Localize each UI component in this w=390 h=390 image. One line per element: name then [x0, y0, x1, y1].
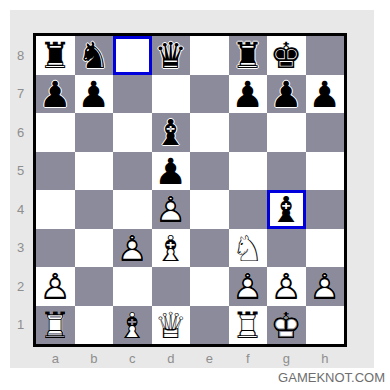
white-knight-icon: ♘: [229, 229, 268, 268]
white-king-fill: ♚: [267, 306, 306, 345]
white-pawn-icon: ♙: [36, 267, 75, 306]
square-c4[interactable]: [113, 190, 152, 229]
rank-label-2: 2: [10, 267, 31, 306]
black-pawn-icon: ♟: [267, 75, 306, 114]
file-label-e: e: [190, 349, 229, 367]
white-pawn-fill: ♟: [152, 190, 191, 229]
white-bishop-fill: ♝: [152, 229, 191, 268]
square-d6[interactable]: ♝: [152, 113, 191, 152]
square-e4[interactable]: [190, 190, 229, 229]
black-pawn-icon: ♟: [36, 75, 75, 114]
square-b8[interactable]: ♞: [75, 36, 114, 75]
square-c7[interactable]: [113, 75, 152, 114]
square-e3[interactable]: [190, 229, 229, 268]
file-labels: abcdefgh: [36, 349, 344, 367]
white-pawn-icon: ♙: [267, 267, 306, 306]
square-f8[interactable]: ♜: [229, 36, 268, 75]
white-rook-fill: ♜: [36, 306, 75, 345]
square-f2[interactable]: ♟♙: [229, 267, 268, 306]
square-f7[interactable]: ♟: [229, 75, 268, 114]
square-h7[interactable]: ♟: [306, 75, 345, 114]
square-d1[interactable]: ♛♕: [152, 306, 191, 345]
black-pawn-icon: ♟: [229, 75, 268, 114]
white-bishop-fill: ♝: [113, 306, 152, 345]
file-label-a: a: [36, 349, 75, 367]
square-e6[interactable]: [190, 113, 229, 152]
square-f1[interactable]: ♜♖: [229, 306, 268, 345]
square-d7[interactable]: [152, 75, 191, 114]
square-g4[interactable]: ♝: [267, 190, 306, 229]
square-h4[interactable]: [306, 190, 345, 229]
white-rook-fill: ♜: [229, 306, 268, 345]
black-king-icon: ♚: [267, 36, 306, 75]
square-d3[interactable]: ♝♗: [152, 229, 191, 268]
square-b7[interactable]: ♟: [75, 75, 114, 114]
square-a4[interactable]: [36, 190, 75, 229]
white-bishop-icon: ♗: [113, 306, 152, 345]
black-bishop-icon: ♝: [267, 190, 306, 229]
square-g8[interactable]: ♚: [267, 36, 306, 75]
white-rook-icon: ♖: [229, 306, 268, 345]
white-pawn-fill: ♟: [229, 267, 268, 306]
rank-label-8: 8: [10, 36, 31, 75]
square-e7[interactable]: [190, 75, 229, 114]
square-b6[interactable]: [75, 113, 114, 152]
rank-label-5: 5: [10, 152, 31, 191]
square-a5[interactable]: [36, 152, 75, 191]
square-d2[interactable]: [152, 267, 191, 306]
square-f5[interactable]: [229, 152, 268, 191]
square-a2[interactable]: ♟♙: [36, 267, 75, 306]
white-pawn-fill: ♟: [267, 267, 306, 306]
square-c8[interactable]: [113, 36, 152, 75]
white-bishop-icon: ♗: [152, 229, 191, 268]
square-d4[interactable]: ♟♙: [152, 190, 191, 229]
square-b2[interactable]: [75, 267, 114, 306]
square-g2[interactable]: ♟♙: [267, 267, 306, 306]
file-label-b: b: [75, 349, 114, 367]
white-pawn-icon: ♙: [113, 229, 152, 268]
black-pawn-icon: ♟: [75, 75, 114, 114]
square-e2[interactable]: [190, 267, 229, 306]
file-label-g: g: [267, 349, 306, 367]
square-b4[interactable]: [75, 190, 114, 229]
square-g1[interactable]: ♚♔: [267, 306, 306, 345]
square-c1[interactable]: ♝♗: [113, 306, 152, 345]
file-label-c: c: [113, 349, 152, 367]
black-rook-icon: ♜: [36, 36, 75, 75]
square-h8[interactable]: [306, 36, 345, 75]
square-a7[interactable]: ♟: [36, 75, 75, 114]
square-a3[interactable]: [36, 229, 75, 268]
square-a1[interactable]: ♜♖: [36, 306, 75, 345]
square-b5[interactable]: [75, 152, 114, 191]
page: 87654321 ♜♞♛♜♚♟♟♟♟♟♝♟♟♙♝♟♙♝♗♞♘♟♙♟♙♟♙♟♙♜♖…: [0, 0, 390, 390]
black-pawn-icon: ♟: [306, 75, 345, 114]
square-h5[interactable]: [306, 152, 345, 191]
square-c2[interactable]: [113, 267, 152, 306]
black-pawn-icon: ♟: [152, 152, 191, 191]
rank-labels: 87654321: [10, 36, 31, 344]
file-label-f: f: [229, 349, 268, 367]
black-rook-icon: ♜: [229, 36, 268, 75]
square-f6[interactable]: [229, 113, 268, 152]
square-g5[interactable]: [267, 152, 306, 191]
file-label-h: h: [306, 349, 345, 367]
square-g6[interactable]: [267, 113, 306, 152]
rank-label-1: 1: [10, 306, 31, 345]
white-pawn-icon: ♙: [229, 267, 268, 306]
rank-label-7: 7: [10, 75, 31, 114]
white-queen-icon: ♕: [152, 306, 191, 345]
white-pawn-fill: ♟: [306, 267, 345, 306]
rank-label-4: 4: [10, 190, 31, 229]
square-a8[interactable]: ♜: [36, 36, 75, 75]
square-c6[interactable]: [113, 113, 152, 152]
square-e1[interactable]: [190, 306, 229, 345]
rank-label-3: 3: [10, 229, 31, 268]
square-e8[interactable]: [190, 36, 229, 75]
white-queen-fill: ♛: [152, 306, 191, 345]
square-f4[interactable]: [229, 190, 268, 229]
white-king-icon: ♔: [267, 306, 306, 345]
black-queen-icon: ♛: [152, 36, 191, 75]
black-bishop-icon: ♝: [152, 113, 191, 152]
square-h1[interactable]: [306, 306, 345, 345]
square-g3[interactable]: [267, 229, 306, 268]
white-pawn-icon: ♙: [152, 190, 191, 229]
square-c5[interactable]: [113, 152, 152, 191]
white-pawn-icon: ♙: [306, 267, 345, 306]
square-b3[interactable]: [75, 229, 114, 268]
square-a6[interactable]: [36, 113, 75, 152]
square-h3[interactable]: [306, 229, 345, 268]
square-b1[interactable]: [75, 306, 114, 345]
site-watermark: GAMEKNOT.COM: [278, 370, 385, 385]
black-knight-icon: ♞: [75, 36, 114, 75]
file-label-d: d: [152, 349, 191, 367]
chess-board: ♜♞♛♜♚♟♟♟♟♟♝♟♟♙♝♟♙♝♗♞♘♟♙♟♙♟♙♟♙♜♖♝♗♛♕♜♖♚♔: [33, 33, 347, 347]
white-pawn-fill: ♟: [36, 267, 75, 306]
square-d5[interactable]: ♟: [152, 152, 191, 191]
white-pawn-fill: ♟: [113, 229, 152, 268]
square-g7[interactable]: ♟: [267, 75, 306, 114]
white-rook-icon: ♖: [36, 306, 75, 345]
square-h2[interactable]: ♟♙: [306, 267, 345, 306]
white-knight-fill: ♞: [229, 229, 268, 268]
square-e5[interactable]: [190, 152, 229, 191]
square-h6[interactable]: [306, 113, 345, 152]
square-c3[interactable]: ♟♙: [113, 229, 152, 268]
square-d8[interactable]: ♛: [152, 36, 191, 75]
square-f3[interactable]: ♞♘: [229, 229, 268, 268]
rank-label-6: 6: [10, 113, 31, 152]
